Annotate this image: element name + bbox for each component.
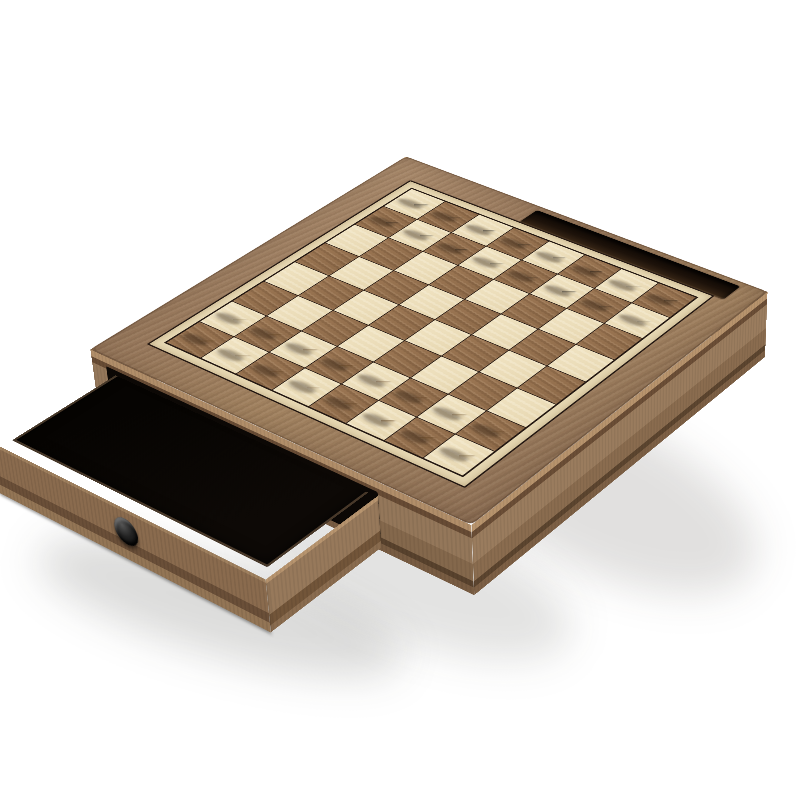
scene: ♜♞♝♚♛♝♞♜♟♟♟♟♟♟♟♟♟♟♟♟♟♟♟♟♜♞♝♛♚♝♞♜ — [0, 0, 800, 800]
product-photo: ♜♞♝♚♛♝♞♜♟♟♟♟♟♟♟♟♟♟♟♟♟♟♟♟♜♞♝♛♚♝♞♜ — [0, 0, 800, 800]
black-pawn-glyph: ♟ — [618, 284, 656, 326]
chess-box: ♜♞♝♚♛♝♞♜♟♟♟♟♟♟♟♟♟♟♟♟♟♟♟♟♜♞♝♛♚♝♞♜ — [90, 156, 767, 525]
drawer-knob — [113, 513, 140, 551]
white-rook-glyph: ♜ — [437, 411, 482, 461]
